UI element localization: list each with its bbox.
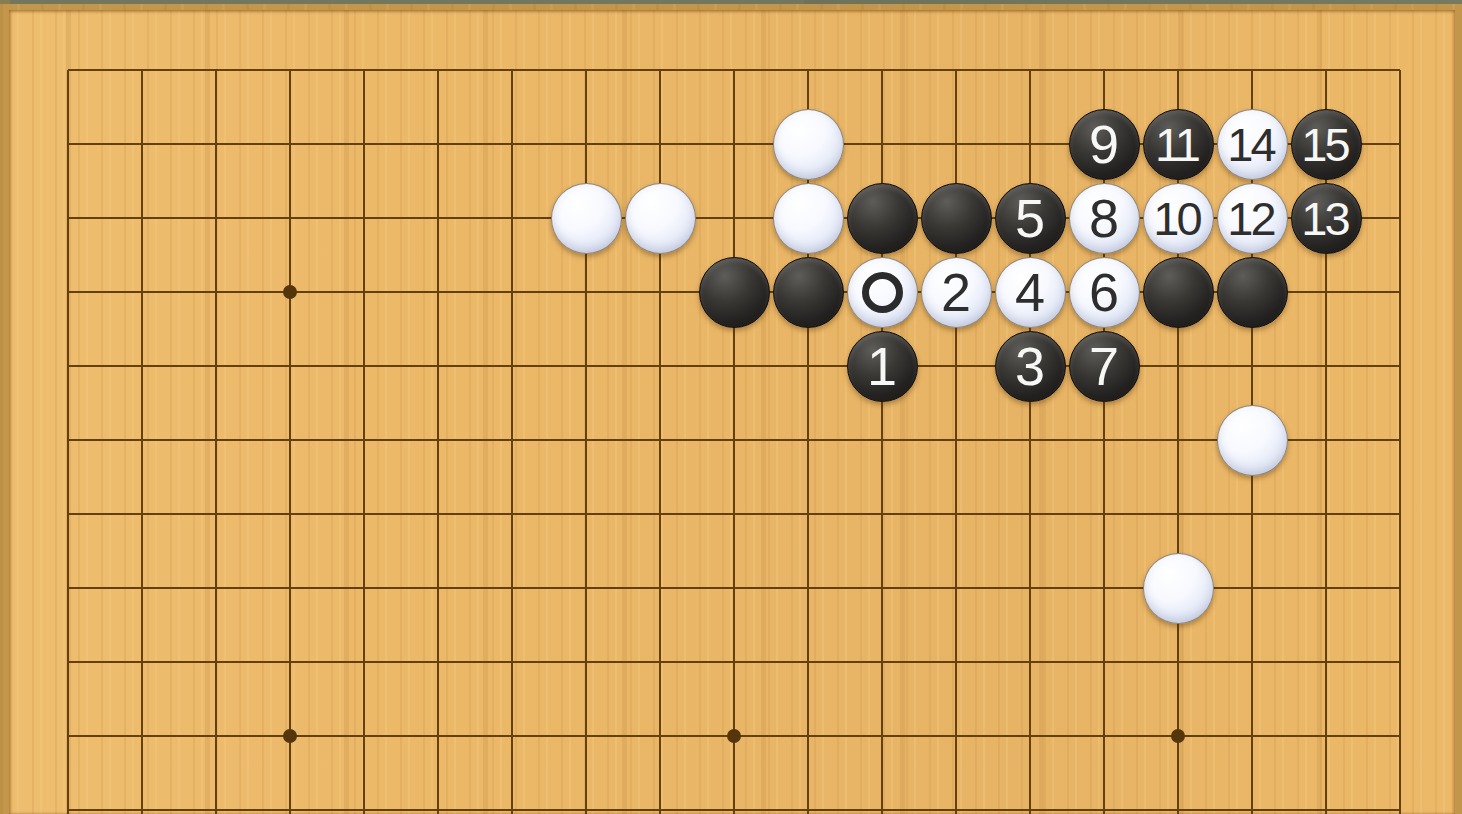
intersection-J18[interactable] <box>623 107 697 181</box>
intersection-P16[interactable]: 6 <box>1067 255 1141 329</box>
intersection-K16[interactable] <box>697 255 771 329</box>
move-number-label: 3 <box>1015 339 1045 393</box>
stone-white-J17[interactable] <box>625 183 696 254</box>
intersection-J15[interactable] <box>623 329 697 403</box>
intersection-P10[interactable] <box>1067 699 1141 773</box>
intersection-F9[interactable] <box>401 773 475 814</box>
move-number-label: 11 <box>1155 121 1198 168</box>
intersection-C19[interactable] <box>179 33 253 107</box>
move-number-label: 10 <box>1153 195 1199 242</box>
intersection-N9[interactable] <box>919 773 993 814</box>
intersection-E14[interactable] <box>327 403 401 477</box>
stone-black-K16[interactable] <box>699 257 770 328</box>
intersection-G15[interactable] <box>475 329 549 403</box>
intersection-R13[interactable] <box>1215 477 1289 551</box>
intersection-N18[interactable] <box>919 107 993 181</box>
intersection-B18[interactable] <box>105 107 179 181</box>
intersection-C14[interactable] <box>179 403 253 477</box>
intersection-D11[interactable] <box>253 625 327 699</box>
intersection-M17[interactable] <box>845 181 919 255</box>
intersection-H14[interactable] <box>549 403 623 477</box>
intersection-O11[interactable] <box>993 625 1067 699</box>
intersection-F10[interactable] <box>401 699 475 773</box>
intersection-B13[interactable] <box>105 477 179 551</box>
intersection-O12[interactable] <box>993 551 1067 625</box>
intersection-C16[interactable] <box>179 255 253 329</box>
intersection-H11[interactable] <box>549 625 623 699</box>
intersection-C15[interactable] <box>179 329 253 403</box>
intersection-T18[interactable] <box>1363 107 1437 181</box>
intersection-P9[interactable] <box>1067 773 1141 814</box>
stone-black-Q16[interactable] <box>1143 257 1214 328</box>
intersection-N10[interactable] <box>919 699 993 773</box>
intersection-L10[interactable] <box>771 699 845 773</box>
intersection-S9[interactable] <box>1289 773 1363 814</box>
stone-white-H17[interactable] <box>551 183 622 254</box>
intersection-A13[interactable] <box>31 477 105 551</box>
intersection-Q9[interactable] <box>1141 773 1215 814</box>
move-number-label: 4 <box>1015 265 1045 319</box>
intersection-L11[interactable] <box>771 625 845 699</box>
intersection-B9[interactable] <box>105 773 179 814</box>
intersection-F14[interactable] <box>401 403 475 477</box>
intersection-M14[interactable] <box>845 403 919 477</box>
intersection-G10[interactable] <box>475 699 549 773</box>
intersection-R10[interactable] <box>1215 699 1289 773</box>
intersection-N14[interactable] <box>919 403 993 477</box>
intersection-J19[interactable] <box>623 33 697 107</box>
stone-white-N16[interactable]: 2 <box>921 257 992 328</box>
intersection-C12[interactable] <box>179 551 253 625</box>
intersection-H13[interactable] <box>549 477 623 551</box>
intersection-O15[interactable]: 3 <box>993 329 1067 403</box>
intersection-R9[interactable] <box>1215 773 1289 814</box>
stone-black-P18[interactable]: 9 <box>1069 109 1140 180</box>
intersection-T15[interactable] <box>1363 329 1437 403</box>
intersection-C13[interactable] <box>179 477 253 551</box>
intersection-K11[interactable] <box>697 625 771 699</box>
intersection-S16[interactable] <box>1289 255 1363 329</box>
intersection-L12[interactable] <box>771 551 845 625</box>
intersection-F13[interactable] <box>401 477 475 551</box>
intersection-B10[interactable] <box>105 699 179 773</box>
stone-white-P16[interactable]: 6 <box>1069 257 1140 328</box>
stone-white-M16[interactable] <box>847 257 918 328</box>
intersection-R14[interactable] <box>1215 403 1289 477</box>
intersection-D13[interactable] <box>253 477 327 551</box>
stone-black-L16[interactable] <box>773 257 844 328</box>
intersection-B11[interactable] <box>105 625 179 699</box>
intersection-Q11[interactable] <box>1141 625 1215 699</box>
stone-black-P15[interactable]: 7 <box>1069 331 1140 402</box>
intersection-L16[interactable] <box>771 255 845 329</box>
intersection-S10[interactable] <box>1289 699 1363 773</box>
intersection-E9[interactable] <box>327 773 401 814</box>
intersection-K15[interactable] <box>697 329 771 403</box>
circle-marker-icon <box>862 272 903 313</box>
intersection-G12[interactable] <box>475 551 549 625</box>
move-number-label: 7 <box>1089 339 1119 393</box>
intersection-R11[interactable] <box>1215 625 1289 699</box>
stone-black-S17[interactable]: 13 <box>1291 183 1362 254</box>
intersection-J13[interactable] <box>623 477 697 551</box>
intersection-G9[interactable] <box>475 773 549 814</box>
intersection-T10[interactable] <box>1363 699 1437 773</box>
intersection-B12[interactable] <box>105 551 179 625</box>
move-number-label: 6 <box>1089 265 1119 319</box>
intersection-T17[interactable] <box>1363 181 1437 255</box>
intersection-Q14[interactable] <box>1141 403 1215 477</box>
intersection-E13[interactable] <box>327 477 401 551</box>
intersection-T11[interactable] <box>1363 625 1437 699</box>
intersection-R16[interactable] <box>1215 255 1289 329</box>
intersection-S19[interactable] <box>1289 33 1363 107</box>
stone-white-L17[interactable] <box>773 183 844 254</box>
intersection-H10[interactable] <box>549 699 623 773</box>
intersection-N16[interactable]: 2 <box>919 255 993 329</box>
intersection-P18[interactable]: 9 <box>1067 107 1141 181</box>
intersection-L14[interactable] <box>771 403 845 477</box>
intersection-E16[interactable] <box>327 255 401 329</box>
intersection-J12[interactable] <box>623 551 697 625</box>
intersection-B16[interactable] <box>105 255 179 329</box>
intersection-T14[interactable] <box>1363 403 1437 477</box>
intersection-M18[interactable] <box>845 107 919 181</box>
intersection-A11[interactable] <box>31 625 105 699</box>
intersection-L15[interactable] <box>771 329 845 403</box>
intersection-A18[interactable] <box>31 107 105 181</box>
intersection-K13[interactable] <box>697 477 771 551</box>
intersection-N11[interactable] <box>919 625 993 699</box>
intersection-Q10[interactable] <box>1141 699 1215 773</box>
intersection-P13[interactable] <box>1067 477 1141 551</box>
intersection-A16[interactable] <box>31 255 105 329</box>
intersection-R12[interactable] <box>1215 551 1289 625</box>
intersection-B15[interactable] <box>105 329 179 403</box>
intersection-Q19[interactable] <box>1141 33 1215 107</box>
intersection-R15[interactable] <box>1215 329 1289 403</box>
intersection-G16[interactable] <box>475 255 549 329</box>
intersection-T16[interactable] <box>1363 255 1437 329</box>
intersection-G17[interactable] <box>475 181 549 255</box>
intersection-F12[interactable] <box>401 551 475 625</box>
intersection-K19[interactable] <box>697 33 771 107</box>
intersection-D12[interactable] <box>253 551 327 625</box>
intersection-C11[interactable] <box>179 625 253 699</box>
stone-black-M17[interactable] <box>847 183 918 254</box>
intersection-S17[interactable]: 13 <box>1289 181 1363 255</box>
stone-black-R16[interactable] <box>1217 257 1288 328</box>
intersection-A10[interactable] <box>31 699 105 773</box>
intersection-M13[interactable] <box>845 477 919 551</box>
intersection-M12[interactable] <box>845 551 919 625</box>
intersection-M15[interactable]: 1 <box>845 329 919 403</box>
intersection-H16[interactable] <box>549 255 623 329</box>
intersection-D15[interactable] <box>253 329 327 403</box>
intersection-D10[interactable] <box>253 699 327 773</box>
board-frame: 911141558101213246137 <box>0 4 1462 814</box>
intersection-C10[interactable] <box>179 699 253 773</box>
stone-white-L18[interactable] <box>773 109 844 180</box>
intersection-L13[interactable] <box>771 477 845 551</box>
stone-white-Q12[interactable] <box>1143 553 1214 624</box>
intersection-E17[interactable] <box>327 181 401 255</box>
intersection-L19[interactable] <box>771 33 845 107</box>
intersection-O18[interactable] <box>993 107 1067 181</box>
intersection-E11[interactable] <box>327 625 401 699</box>
stone-white-R17[interactable]: 12 <box>1217 183 1288 254</box>
intersection-G14[interactable] <box>475 403 549 477</box>
intersection-O9[interactable] <box>993 773 1067 814</box>
intersection-J10[interactable] <box>623 699 697 773</box>
intersection-L17[interactable] <box>771 181 845 255</box>
board-surface[interactable]: 911141558101213246137 <box>9 10 1455 814</box>
intersection-S11[interactable] <box>1289 625 1363 699</box>
intersection-Q13[interactable] <box>1141 477 1215 551</box>
intersection-T9[interactable] <box>1363 773 1437 814</box>
move-number-label: 13 <box>1301 195 1347 242</box>
intersection-D19[interactable] <box>253 33 327 107</box>
move-number-label: 15 <box>1301 121 1347 168</box>
intersection-M10[interactable] <box>845 699 919 773</box>
intersection-Q17[interactable]: 10 <box>1141 181 1215 255</box>
stone-white-R14[interactable] <box>1217 405 1288 476</box>
intersection-E18[interactable] <box>327 107 401 181</box>
intersection-N17[interactable] <box>919 181 993 255</box>
intersection-J14[interactable] <box>623 403 697 477</box>
intersection-K18[interactable] <box>697 107 771 181</box>
intersection-R18[interactable]: 14 <box>1215 107 1289 181</box>
intersection-E10[interactable] <box>327 699 401 773</box>
intersection-B17[interactable] <box>105 181 179 255</box>
stone-white-R18[interactable]: 14 <box>1217 109 1288 180</box>
intersection-M19[interactable] <box>845 33 919 107</box>
intersection-P11[interactable] <box>1067 625 1141 699</box>
intersection-S15[interactable] <box>1289 329 1363 403</box>
intersection-C17[interactable] <box>179 181 253 255</box>
intersection-K9[interactable] <box>697 773 771 814</box>
intersection-B19[interactable] <box>105 33 179 107</box>
move-number-label: 14 <box>1227 121 1273 168</box>
intersection-K17[interactable] <box>697 181 771 255</box>
move-number-label: 8 <box>1089 191 1119 245</box>
intersection-R19[interactable] <box>1215 33 1289 107</box>
intersection-Q18[interactable]: 11 <box>1141 107 1215 181</box>
intersection-N19[interactable] <box>919 33 993 107</box>
move-number-label: 2 <box>941 265 971 319</box>
stone-white-O16[interactable]: 4 <box>995 257 1066 328</box>
intersection-O16[interactable]: 4 <box>993 255 1067 329</box>
intersection-Q12[interactable] <box>1141 551 1215 625</box>
intersection-L18[interactable] <box>771 107 845 181</box>
intersection-A15[interactable] <box>31 329 105 403</box>
intersection-N15[interactable] <box>919 329 993 403</box>
stone-white-Q17[interactable]: 10 <box>1143 183 1214 254</box>
intersection-Q16[interactable] <box>1141 255 1215 329</box>
intersection-P12[interactable] <box>1067 551 1141 625</box>
intersection-T12[interactable] <box>1363 551 1437 625</box>
board-grid: 911141558101213246137 <box>31 33 1437 814</box>
intersection-G13[interactable] <box>475 477 549 551</box>
intersection-J9[interactable] <box>623 773 697 814</box>
intersection-Q15[interactable] <box>1141 329 1215 403</box>
intersection-N13[interactable] <box>919 477 993 551</box>
intersection-M11[interactable] <box>845 625 919 699</box>
intersection-H12[interactable] <box>549 551 623 625</box>
intersection-G18[interactable] <box>475 107 549 181</box>
intersection-P15[interactable]: 7 <box>1067 329 1141 403</box>
stone-white-P17[interactable]: 8 <box>1069 183 1140 254</box>
intersection-H15[interactable] <box>549 329 623 403</box>
intersection-O14[interactable] <box>993 403 1067 477</box>
intersection-H17[interactable] <box>549 181 623 255</box>
intersection-D16[interactable] <box>253 255 327 329</box>
intersection-K12[interactable] <box>697 551 771 625</box>
stone-black-O15[interactable]: 3 <box>995 331 1066 402</box>
intersection-P14[interactable] <box>1067 403 1141 477</box>
intersection-A14[interactable] <box>31 403 105 477</box>
intersection-D9[interactable] <box>253 773 327 814</box>
intersection-F18[interactable] <box>401 107 475 181</box>
intersection-A19[interactable] <box>31 33 105 107</box>
stone-black-N17[interactable] <box>921 183 992 254</box>
intersection-F16[interactable] <box>401 255 475 329</box>
intersection-O10[interactable] <box>993 699 1067 773</box>
intersection-D14[interactable] <box>253 403 327 477</box>
intersection-K10[interactable] <box>697 699 771 773</box>
intersection-S13[interactable] <box>1289 477 1363 551</box>
move-number-label: 12 <box>1227 195 1273 242</box>
stone-black-O17[interactable]: 5 <box>995 183 1066 254</box>
intersection-M16[interactable] <box>845 255 919 329</box>
intersection-E12[interactable] <box>327 551 401 625</box>
move-number-label: 1 <box>867 339 897 393</box>
intersection-A12[interactable] <box>31 551 105 625</box>
intersection-H19[interactable] <box>549 33 623 107</box>
go-diagram: 911141558101213246137 <box>0 0 1462 814</box>
intersection-R17[interactable]: 12 <box>1215 181 1289 255</box>
intersection-J16[interactable] <box>623 255 697 329</box>
intersection-E15[interactable] <box>327 329 401 403</box>
intersection-C18[interactable] <box>179 107 253 181</box>
intersection-E19[interactable] <box>327 33 401 107</box>
move-number-label: 9 <box>1089 117 1119 171</box>
intersection-D17[interactable] <box>253 181 327 255</box>
intersection-O19[interactable] <box>993 33 1067 107</box>
intersection-G19[interactable] <box>475 33 549 107</box>
intersection-H9[interactable] <box>549 773 623 814</box>
stone-black-M15[interactable]: 1 <box>847 331 918 402</box>
intersection-H18[interactable] <box>549 107 623 181</box>
intersection-S18[interactable]: 15 <box>1289 107 1363 181</box>
intersection-T13[interactable] <box>1363 477 1437 551</box>
intersection-M9[interactable] <box>845 773 919 814</box>
intersection-J17[interactable] <box>623 181 697 255</box>
intersection-O13[interactable] <box>993 477 1067 551</box>
intersection-L9[interactable] <box>771 773 845 814</box>
intersection-O17[interactable]: 5 <box>993 181 1067 255</box>
intersection-D18[interactable] <box>253 107 327 181</box>
intersection-G11[interactable] <box>475 625 549 699</box>
intersection-A17[interactable] <box>31 181 105 255</box>
intersection-K14[interactable] <box>697 403 771 477</box>
intersection-F17[interactable] <box>401 181 475 255</box>
stone-black-Q18[interactable]: 11 <box>1143 109 1214 180</box>
intersection-P17[interactable]: 8 <box>1067 181 1141 255</box>
intersection-P19[interactable] <box>1067 33 1141 107</box>
intersection-C9[interactable] <box>179 773 253 814</box>
intersection-S14[interactable] <box>1289 403 1363 477</box>
intersection-F15[interactable] <box>401 329 475 403</box>
intersection-J11[interactable] <box>623 625 697 699</box>
intersection-B14[interactable] <box>105 403 179 477</box>
intersection-N12[interactable] <box>919 551 993 625</box>
intersection-T19[interactable] <box>1363 33 1437 107</box>
stone-black-S18[interactable]: 15 <box>1291 109 1362 180</box>
intersection-S12[interactable] <box>1289 551 1363 625</box>
move-number-label: 5 <box>1015 191 1045 245</box>
intersection-F19[interactable] <box>401 33 475 107</box>
intersection-A9[interactable] <box>31 773 105 814</box>
intersection-F11[interactable] <box>401 625 475 699</box>
